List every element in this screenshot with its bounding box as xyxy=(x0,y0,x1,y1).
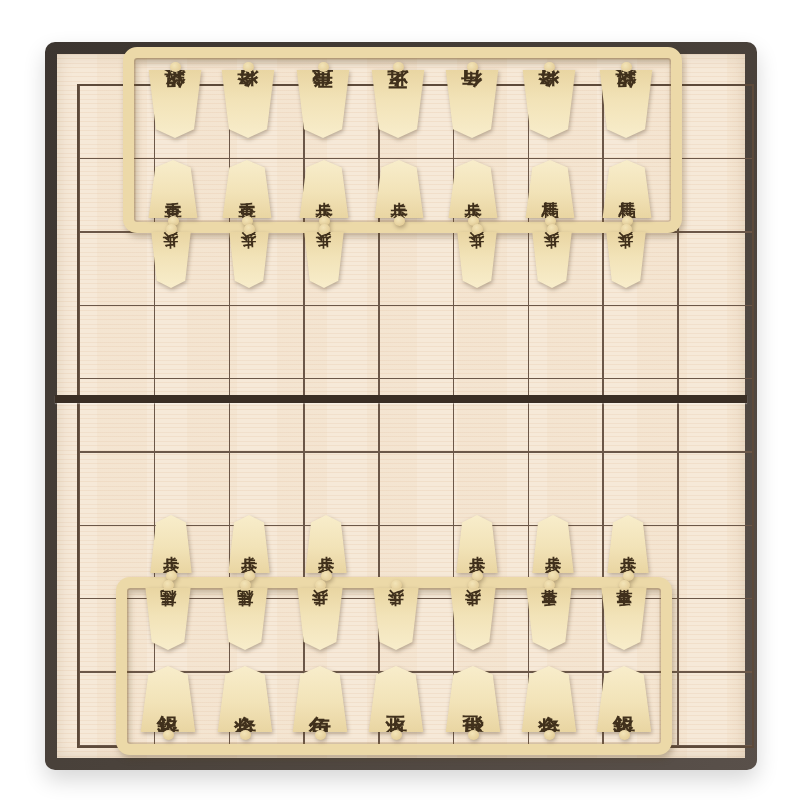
piece-body: 歩兵 xyxy=(303,232,345,288)
piece-body: 王将 xyxy=(370,70,426,138)
piece-kanji: 歩兵 xyxy=(465,188,482,190)
piece-kanji: 歩兵 xyxy=(469,543,485,545)
piece-kanji: 歩兵 xyxy=(619,259,634,261)
piece-body: 歩兵 xyxy=(149,515,193,573)
piece-kanji: 桂馬 xyxy=(542,188,559,190)
piece-body: 歩兵 xyxy=(447,160,499,218)
piece-kanji: 金将 xyxy=(234,698,256,700)
piece-kanji: 飛車 xyxy=(462,698,484,700)
piece-body: 歩兵 xyxy=(606,515,650,573)
piece-kanji: 歩兵 xyxy=(241,543,257,545)
piece-lance[interactable]: 香車 xyxy=(221,160,273,218)
piece-gold-general[interactable]: 金将 xyxy=(520,666,578,732)
piece-kanji: 香車 xyxy=(541,618,557,620)
piece-body: 金将 xyxy=(520,666,578,732)
piece-kanji: 金将 xyxy=(538,698,560,700)
piece-kanji: 歩兵 xyxy=(465,618,481,620)
piece-body: 香車 xyxy=(525,588,573,650)
piece-body: 金将 xyxy=(521,70,577,138)
piece-pawn[interactable]: 歩兵 xyxy=(149,515,193,573)
piece-kanji: 銀将 xyxy=(613,698,635,700)
piece-kanji: 歩兵 xyxy=(388,618,404,620)
piece-lance-inverted[interactable]: 香車 xyxy=(525,588,573,650)
piece-kanji: 金将 xyxy=(238,103,259,105)
piece-pawn-inverted[interactable]: 歩兵 xyxy=(531,232,573,288)
piece-kanji: 歩兵 xyxy=(164,259,179,261)
piece-body: 桂馬 xyxy=(524,160,576,218)
piece-body: 銀将 xyxy=(598,70,654,138)
piece-pawn[interactable]: 歩兵 xyxy=(531,515,575,573)
piece-gold-general[interactable]: 金将 xyxy=(216,666,274,732)
piece-body: 歩兵 xyxy=(605,232,647,288)
piece-kanji: 銀将 xyxy=(616,103,637,105)
piece-kanji: 香車 xyxy=(239,188,256,190)
piece-body: 歩兵 xyxy=(304,515,348,573)
piece-pawn-inverted[interactable]: 歩兵 xyxy=(296,588,344,650)
piece-kanji: 銀将 xyxy=(165,103,186,105)
piece-body: 金将 xyxy=(220,70,276,138)
piece-bishop-inverted[interactable]: 角行 xyxy=(444,70,500,138)
piece-body: 桂馬 xyxy=(601,160,653,218)
piece-lance-inverted[interactable]: 香車 xyxy=(600,588,648,650)
piece-pawn[interactable]: 歩兵 xyxy=(455,515,499,573)
piece-body: 歩兵 xyxy=(298,160,350,218)
piece-kanji: 角行 xyxy=(462,103,483,105)
piece-body: 歩兵 xyxy=(449,588,497,650)
piece-pawn-inverted[interactable]: 歩兵 xyxy=(303,232,345,288)
piece-body: 香車 xyxy=(147,160,199,218)
piece-gold-general-inverted[interactable]: 金将 xyxy=(220,70,276,138)
piece-king-gyoku[interactable]: 玉将 xyxy=(367,666,425,732)
piece-kanji: 桂馬 xyxy=(237,618,253,620)
piece-body: 玉将 xyxy=(367,666,425,732)
piece-kanji: 飛車 xyxy=(313,103,334,105)
piece-body: 桂馬 xyxy=(144,588,192,650)
piece-pawn-inverted[interactable]: 歩兵 xyxy=(372,588,420,650)
piece-body: 歩兵 xyxy=(228,232,270,288)
piece-silver-general[interactable]: 銀将 xyxy=(595,666,653,732)
piece-kanji: 香車 xyxy=(165,188,182,190)
piece-rook-inverted[interactable]: 飛車 xyxy=(295,70,351,138)
piece-pawn[interactable]: 歩兵 xyxy=(227,515,271,573)
piece-kanji: 金将 xyxy=(539,103,560,105)
piece-pawn[interactable]: 歩兵 xyxy=(447,160,499,218)
piece-body: 銀将 xyxy=(147,70,203,138)
piece-silver-general[interactable]: 銀将 xyxy=(139,666,197,732)
piece-body: 銀将 xyxy=(139,666,197,732)
piece-body: 香車 xyxy=(600,588,648,650)
piece-pawn[interactable]: 歩兵 xyxy=(373,160,425,218)
piece-pawn-inverted[interactable]: 歩兵 xyxy=(456,232,498,288)
piece-pawn[interactable]: 歩兵 xyxy=(304,515,348,573)
piece-kanji: 歩兵 xyxy=(391,188,408,190)
piece-kanji: 歩兵 xyxy=(470,259,485,261)
piece-lance[interactable]: 香車 xyxy=(147,160,199,218)
piece-silver-general-inverted[interactable]: 銀将 xyxy=(147,70,203,138)
piece-king-osho-inverted[interactable]: 王将 xyxy=(370,70,426,138)
piece-body: 金将 xyxy=(216,666,274,732)
piece-kanji: 銀将 xyxy=(157,698,179,700)
piece-kanji: 歩兵 xyxy=(318,543,334,545)
piece-body: 歩兵 xyxy=(227,515,271,573)
piece-body: 歩兵 xyxy=(456,232,498,288)
piece-knight-inverted[interactable]: 桂馬 xyxy=(144,588,192,650)
piece-pawn-inverted[interactable]: 歩兵 xyxy=(605,232,647,288)
piece-kanji: 桂馬 xyxy=(619,188,636,190)
piece-body: 飛車 xyxy=(295,70,351,138)
piece-body: 飛車 xyxy=(444,666,502,732)
piece-knight[interactable]: 桂馬 xyxy=(601,160,653,218)
piece-rook[interactable]: 飛車 xyxy=(444,666,502,732)
piece-body: 歩兵 xyxy=(531,232,573,288)
piece-gold-general-inverted[interactable]: 金将 xyxy=(521,70,577,138)
piece-body: 歩兵 xyxy=(531,515,575,573)
piece-silver-general-inverted[interactable]: 銀将 xyxy=(598,70,654,138)
piece-body: 歩兵 xyxy=(296,588,344,650)
piece-kanji: 歩兵 xyxy=(545,259,560,261)
fold-seam xyxy=(55,395,747,403)
piece-kanji: 王将 xyxy=(388,103,409,105)
piece-body: 香車 xyxy=(221,160,273,218)
piece-kanji: 歩兵 xyxy=(242,259,257,261)
piece-pawn-inverted[interactable]: 歩兵 xyxy=(228,232,270,288)
piece-kanji: 玉将 xyxy=(385,698,407,700)
piece-kanji: 歩兵 xyxy=(545,543,561,545)
piece-body: 歩兵 xyxy=(373,160,425,218)
piece-kanji: 桂馬 xyxy=(160,618,176,620)
piece-kanji: 歩兵 xyxy=(316,188,333,190)
piece-kanji: 歩兵 xyxy=(317,259,332,261)
piece-pawn[interactable]: 歩兵 xyxy=(606,515,650,573)
piece-pawn-inverted[interactable]: 歩兵 xyxy=(150,232,192,288)
piece-kanji: 歩兵 xyxy=(163,543,179,545)
piece-kanji: 角行 xyxy=(309,698,331,700)
piece-pawn-inverted[interactable]: 歩兵 xyxy=(449,588,497,650)
piece-knight-inverted[interactable]: 桂馬 xyxy=(221,588,269,650)
piece-body: 角行 xyxy=(291,666,349,732)
piece-pawn[interactable]: 歩兵 xyxy=(298,160,350,218)
piece-body: 歩兵 xyxy=(372,588,420,650)
piece-kanji: 歩兵 xyxy=(620,543,636,545)
piece-body: 歩兵 xyxy=(455,515,499,573)
piece-bishop[interactable]: 角行 xyxy=(291,666,349,732)
piece-body: 歩兵 xyxy=(150,232,192,288)
piece-body: 角行 xyxy=(444,70,500,138)
piece-knight[interactable]: 桂馬 xyxy=(524,160,576,218)
piece-body: 桂馬 xyxy=(221,588,269,650)
piece-kanji: 歩兵 xyxy=(312,618,328,620)
piece-body: 銀将 xyxy=(595,666,653,732)
piece-kanji: 香車 xyxy=(616,618,632,620)
